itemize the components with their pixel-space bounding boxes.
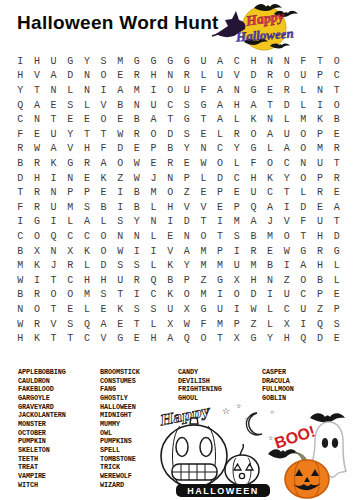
grid-cell: P (312, 288, 329, 303)
grid-cell: N (262, 112, 279, 127)
grid-cell: M (228, 215, 245, 230)
grid-cell: T (195, 112, 212, 127)
grid-cell: I (45, 171, 62, 186)
grid-cell: S (178, 98, 195, 113)
grid-cell: M (195, 244, 212, 259)
word-list-column: CASPERDRACULAFULLMOONGOBLIN (262, 368, 294, 403)
grid-cell: N (162, 69, 179, 84)
word-list-item: GARGOYLE (18, 394, 66, 403)
grid-cell: H (29, 171, 46, 186)
word-list-item: VAMPIRE (18, 472, 66, 481)
grid-cell: I (228, 302, 245, 317)
grid-cell: G (212, 273, 229, 288)
word-list-item: SPELL (100, 446, 140, 455)
grid-cell: M (212, 258, 229, 273)
grid-cell: B (262, 258, 279, 273)
grid-cell: B (12, 288, 29, 303)
grid-cell: V (195, 200, 212, 215)
grid-cell: T (79, 127, 96, 142)
grid-cell: B (162, 273, 179, 288)
grid-cell: A (245, 215, 262, 230)
grid-cell: V (45, 317, 62, 332)
grid-cell: I (129, 244, 146, 259)
grid-cell: N (129, 229, 146, 244)
grid-cell: C (79, 331, 96, 346)
grid-cell: A (45, 142, 62, 157)
grid-cell: E (162, 229, 179, 244)
word-list-item: BROOMSTICK (100, 368, 140, 377)
grid-cell: R (312, 185, 329, 200)
grid-cell: U (162, 302, 179, 317)
grid-cell: W (178, 317, 195, 332)
grid-cell: C (62, 273, 79, 288)
grid-cell: F (12, 200, 29, 215)
grid-cell: O (262, 156, 279, 171)
word-list-item: OWL (100, 429, 140, 438)
grid-cell: B (162, 142, 179, 157)
grid-cell: K (162, 288, 179, 303)
grid-cell: G (162, 54, 179, 69)
grid-cell: U (245, 185, 262, 200)
grid-cell: G (145, 54, 162, 69)
grid-cell: Y (228, 142, 245, 157)
pumpkin-mouth (239, 473, 244, 478)
grid-cell: A (295, 258, 312, 273)
grid-cell: P (178, 273, 195, 288)
grid-cell: A (95, 317, 112, 332)
happy-halloween-badge: Happy Halloween (210, 2, 306, 54)
grid-cell: U (228, 258, 245, 273)
grid-cell: H (79, 142, 96, 157)
grid-cell: K (29, 258, 46, 273)
grid-cell: N (45, 244, 62, 259)
moon-icon (246, 413, 262, 435)
grid-cell: T (212, 331, 229, 346)
grid-cell: X (278, 317, 295, 332)
grid-cell: P (178, 171, 195, 186)
grid-cell: P (228, 200, 245, 215)
grid-cell: K (162, 258, 179, 273)
grid-cell: T (45, 112, 62, 127)
grid-cell: Z (112, 171, 129, 186)
grid-cell: E (45, 98, 62, 113)
grid-cell: L (228, 156, 245, 171)
grid-cell: H (95, 273, 112, 288)
grid-cell: A (95, 156, 112, 171)
grid-cell: R (178, 69, 195, 84)
grid-cell: E (145, 156, 162, 171)
grid-cell: E (112, 317, 129, 332)
word-list-item: MUMMY (100, 420, 140, 429)
grid-cell: W (129, 171, 146, 186)
boo-text: BOO! (272, 422, 317, 451)
grid-cell: P (145, 142, 162, 157)
grid-cell: P (312, 171, 329, 186)
grid-cell: X (62, 244, 79, 259)
grid-cell: H (145, 69, 162, 84)
grid-cell: O (95, 69, 112, 84)
word-list-item: WITCH (18, 481, 66, 490)
grid-cell: D (12, 171, 29, 186)
grid-cell: Q (178, 331, 195, 346)
word-list-item: CANDY (178, 368, 222, 377)
grid-cell: S (328, 317, 345, 332)
pumpkin-stem (240, 444, 243, 456)
grid-cell: G (195, 302, 212, 317)
word-list-item: FANG (100, 385, 140, 394)
grid-cell: E (29, 127, 46, 142)
grid-cell: R (12, 142, 29, 157)
grid-cell: F (12, 127, 29, 142)
grid-cell: S (62, 317, 79, 332)
grid-cell: A (162, 331, 179, 346)
grid-cell: M (195, 288, 212, 303)
grid-cell: L (262, 142, 279, 157)
grid-cell: I (129, 288, 146, 303)
grid-cell: T (129, 317, 146, 332)
grid-cell: C (145, 288, 162, 303)
grid-cell: K (112, 302, 129, 317)
grid-cell: I (12, 215, 29, 230)
grid-cell: Y (262, 331, 279, 346)
grid-cell: L (295, 185, 312, 200)
grid-cell: C (12, 229, 29, 244)
grid-cell: E (79, 171, 96, 186)
grid-cell: R (29, 317, 46, 332)
grid-cell: G (245, 83, 262, 98)
grid-cell: N (12, 302, 29, 317)
grid-cell: E (312, 200, 329, 215)
grid-cell: C (212, 142, 229, 157)
bat-icon (310, 413, 345, 422)
grid-cell: F (295, 215, 312, 230)
grid-cell: Y (12, 83, 29, 98)
grid-cell: H (145, 331, 162, 346)
word-list-item: SKELETON (18, 446, 66, 455)
grid-cell: C (295, 288, 312, 303)
grid-cell: H (29, 54, 46, 69)
grid-cell: X (228, 331, 245, 346)
grid-cell: C (328, 69, 345, 84)
grid-cell: M (62, 200, 79, 215)
grid-cell: I (295, 317, 312, 332)
grid-cell: U (45, 54, 62, 69)
grid-cell: E (328, 185, 345, 200)
grid-cell: I (278, 258, 295, 273)
grid-cell: E (228, 185, 245, 200)
grid-cell: C (278, 156, 295, 171)
grid-cell: B (129, 112, 146, 127)
grid-cell: Y (79, 54, 96, 69)
grid-cell: M (212, 317, 229, 332)
grid-cell: V (62, 142, 79, 157)
grid-cell: D (162, 127, 179, 142)
grid-cell: H (228, 98, 245, 113)
grid-cell: Q (145, 273, 162, 288)
grid-cell: I (145, 244, 162, 259)
grid-cell: L (262, 317, 279, 332)
grid-cell: A (212, 54, 229, 69)
grid-cell: K (312, 112, 329, 127)
grid-cell: S (145, 302, 162, 317)
grid-cell: O (178, 288, 195, 303)
grid-cell: O (162, 185, 179, 200)
grid-cell: N (79, 83, 96, 98)
grid-cell: S (178, 127, 195, 142)
grid-cell: D (212, 171, 229, 186)
grid-cell: U (45, 200, 62, 215)
grid-cell: D (295, 200, 312, 215)
grid-cell: W (12, 317, 29, 332)
grid-cell: C (278, 302, 295, 317)
grid-cell: I (145, 83, 162, 98)
grid-cell: A (212, 98, 229, 113)
grid-cell: A (262, 200, 279, 215)
grid-cell: J (45, 258, 62, 273)
grid-cell: N (145, 215, 162, 230)
grid-cell: X (178, 302, 195, 317)
grid-cell: O (228, 288, 245, 303)
grid-cell: F (195, 317, 212, 332)
grid-cell: H (12, 331, 29, 346)
grid-cell: I (212, 288, 229, 303)
word-list-item: DRACULA (262, 377, 294, 386)
grid-cell: E (112, 112, 129, 127)
grid-cell: P (212, 244, 229, 259)
grid-cell: O (245, 127, 262, 142)
grid-cell: Y (178, 258, 195, 273)
grid-cell: W (245, 302, 262, 317)
grid-cell: E (262, 83, 279, 98)
grid-cell: S (95, 288, 112, 303)
grid-cell: R (79, 156, 96, 171)
grid-cell: T (162, 112, 179, 127)
grid-cell: G (245, 331, 262, 346)
grid-cell: R (29, 185, 46, 200)
grid-cell: L (228, 112, 245, 127)
word-list-item: PUMPKIN (18, 437, 66, 446)
grid-cell: B (12, 156, 29, 171)
grid-cell: O (145, 127, 162, 142)
word-list-item: OCTOBER (18, 429, 66, 438)
grid-cell: L (195, 69, 212, 84)
grid-cell: O (112, 156, 129, 171)
word-list-item: TEETH (18, 455, 66, 464)
grid-cell: P (312, 69, 329, 84)
grid-cell: U (178, 83, 195, 98)
grid-cell: D (312, 331, 329, 346)
grid-cell: U (295, 302, 312, 317)
grid-cell: S (112, 258, 129, 273)
grid-cell: T (45, 302, 62, 317)
word-list-item: TREAT (18, 463, 66, 472)
grid-cell: R (129, 273, 146, 288)
grid-cell: D (112, 142, 129, 157)
word-list-column: CANDYDEVILISHFRIGHTENINGGHOUL (178, 368, 222, 403)
grid-cell: N (162, 171, 179, 186)
grid-cell: U (212, 69, 229, 84)
grid-cell: E (262, 244, 279, 259)
grid-cell: N (178, 229, 195, 244)
word-list-item: GHOSTLY (100, 394, 140, 403)
grid-cell: K (262, 171, 279, 186)
grid-cell: I (312, 98, 329, 113)
grid-cell: Y (129, 215, 146, 230)
grid-cell: T (12, 185, 29, 200)
ghost-eye (322, 438, 328, 448)
grid-cell: O (29, 302, 46, 317)
grid-cell: H (312, 258, 329, 273)
grid-cell: Q (12, 98, 29, 113)
grid-cell: R (129, 69, 146, 84)
grid-cell: E (95, 185, 112, 200)
grid-cell: L (62, 215, 79, 230)
word-list-item: TOMBSTONE (100, 455, 140, 464)
grid-cell: K (245, 112, 262, 127)
grid-cell: P (312, 127, 329, 142)
word-list-item: CONSTUMES (100, 377, 140, 386)
grid-cell: N (195, 142, 212, 157)
grid-cell: N (228, 83, 245, 98)
grid-cell: O (295, 273, 312, 288)
grid-cell: H (312, 229, 329, 244)
grid-cell: F (195, 83, 212, 98)
grid-cell: X (228, 273, 245, 288)
grid-cell: N (29, 112, 46, 127)
grid-cell: V (95, 331, 112, 346)
grid-cell: B (129, 185, 146, 200)
grid-cell: I (162, 215, 179, 230)
grid-cell: G (178, 54, 195, 69)
grid-cell: N (45, 83, 62, 98)
grid-cell: K (79, 244, 96, 259)
grid-cell: R (29, 156, 46, 171)
grid-cell: B (129, 200, 146, 215)
grid-cell: C (228, 54, 245, 69)
grid-cell: I (112, 200, 129, 215)
grid-cell: O (195, 229, 212, 244)
grid-cell: D (178, 215, 195, 230)
grid-cell: E (62, 112, 79, 127)
grid-cell: X (29, 244, 46, 259)
grid-cell: O (328, 98, 345, 113)
grid-cell: L (278, 112, 295, 127)
grid-cell: W (195, 156, 212, 171)
grid-cell: Z (245, 317, 262, 332)
word-list-column: APPLEBOBBINGCAULDRONFAKEBLOODGARGOYLEGRA… (18, 368, 66, 489)
grid-cell: F (295, 54, 312, 69)
grid-cell: G (112, 331, 129, 346)
grid-cell: M (262, 229, 279, 244)
star-icon: ☆ (222, 406, 230, 416)
word-list-item: PUMPKINS (100, 437, 140, 446)
grid-cell: W (278, 244, 295, 259)
grid-cell: M (295, 112, 312, 127)
grid-cell: C (62, 229, 79, 244)
word-list-item: HALLOWEEN (100, 403, 140, 412)
grid-cell: B (245, 229, 262, 244)
grid-cell: K (29, 331, 46, 346)
grid-cell: E (195, 185, 212, 200)
grid-cell: N (45, 185, 62, 200)
grid-cell: D (245, 288, 262, 303)
grid-cell: M (129, 83, 146, 98)
grid-cell: H (245, 171, 262, 186)
grid-cell: I (278, 200, 295, 215)
grid-cell: M (79, 288, 96, 303)
grid-cell: G (245, 142, 262, 157)
grid-cell: D (278, 98, 295, 113)
grid-cell: O (95, 244, 112, 259)
grid-cell: O (45, 288, 62, 303)
grid-cell: O (295, 127, 312, 142)
grid-cell: L (62, 83, 79, 98)
grid-cell: E (112, 69, 129, 84)
grid-cell: A (145, 112, 162, 127)
grid-cell: B (12, 244, 29, 259)
grid-cell: S (228, 229, 245, 244)
grid-cell: U (45, 127, 62, 142)
grid-cell: Q (45, 229, 62, 244)
grid-cell: O (95, 112, 112, 127)
grid-cell: L (212, 127, 229, 142)
grid-cell: W (12, 273, 29, 288)
grid-cell: L (328, 273, 345, 288)
grid-cell: T (45, 331, 62, 346)
grid-cell: L (195, 171, 212, 186)
grid-cell: P (328, 302, 345, 317)
grid-cell: O (295, 171, 312, 186)
grid-cell: E (328, 127, 345, 142)
grid-cell: N (278, 54, 295, 69)
grid-cell: I (95, 83, 112, 98)
word-list-item: TRICK (100, 463, 140, 472)
grid-cell: P (228, 317, 245, 332)
grid-cell: O (195, 331, 212, 346)
grid-cell: A (45, 69, 62, 84)
grid-cell: N (129, 98, 146, 113)
ghost-eye (332, 438, 338, 448)
grid-cell: O (278, 229, 295, 244)
grid-cell: Q (245, 200, 262, 215)
grid-cell: I (12, 54, 29, 69)
grid-cell: T (62, 331, 79, 346)
grid-cell: U (145, 98, 162, 113)
grid-cell: O (212, 156, 229, 171)
grid-cell: H (245, 273, 262, 288)
grid-cell: A (278, 142, 295, 157)
grid-cell: O (278, 69, 295, 84)
grid-cell: C (162, 98, 179, 113)
grid-cell: K (45, 156, 62, 171)
grid-cell: T (312, 54, 329, 69)
grid-cell: A (79, 215, 96, 230)
grid-cell: D (245, 69, 262, 84)
grid-cell: M (12, 258, 29, 273)
grid-cell: A (178, 244, 195, 259)
grid-cell: L (262, 302, 279, 317)
grid-cell: A (262, 127, 279, 142)
grid-cell: S (79, 200, 96, 215)
word-list-item: FRIGHTENING (178, 385, 222, 394)
grid-cell: M (312, 142, 329, 157)
pumpkin-eye (200, 438, 212, 457)
grid-cell: N (62, 171, 79, 186)
grid-cell: C (79, 229, 96, 244)
grid-cell: U (195, 54, 212, 69)
grid-cell: I (262, 288, 279, 303)
grid-cell: G (62, 156, 79, 171)
